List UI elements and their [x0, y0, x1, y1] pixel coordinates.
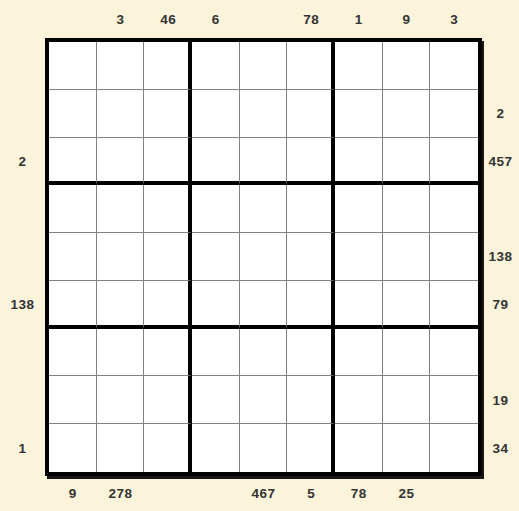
cell-r6c4[interactable]: [192, 281, 240, 329]
cell-r3c4[interactable]: [192, 138, 240, 186]
cell-r4c1[interactable]: [49, 185, 97, 233]
cell-r1c6[interactable]: [287, 42, 335, 90]
cell-r4c8[interactable]: [383, 185, 431, 233]
cell-r8c3[interactable]: [144, 376, 192, 424]
top-clue-7: 1: [335, 12, 383, 27]
cell-r1c3[interactable]: [144, 42, 192, 90]
cell-r5c2[interactable]: [97, 233, 145, 281]
cell-r6c6[interactable]: [287, 281, 335, 329]
cell-r4c5[interactable]: [240, 185, 288, 233]
cell-r6c8[interactable]: [383, 281, 431, 329]
bottom-clue-7: 78: [335, 486, 383, 501]
cell-r7c3[interactable]: [144, 329, 192, 377]
outside-sudoku-puzzle: 346678193 21381 2457138791934 9278467578…: [0, 0, 519, 511]
left-clue-9: 1: [0, 441, 45, 456]
bottom-clue-6: 5: [287, 486, 335, 501]
cell-r2c2[interactable]: [97, 90, 145, 138]
cell-r5c3[interactable]: [144, 233, 192, 281]
cell-r8c8[interactable]: [383, 376, 431, 424]
cell-r3c3[interactable]: [144, 138, 192, 186]
cell-r2c1[interactable]: [49, 90, 97, 138]
right-clue-3: 457: [482, 154, 519, 169]
cell-r7c2[interactable]: [97, 329, 145, 377]
cell-r9c4[interactable]: [192, 424, 240, 472]
cell-r1c7[interactable]: [335, 42, 383, 90]
cell-r8c6[interactable]: [287, 376, 335, 424]
cell-r8c2[interactable]: [97, 376, 145, 424]
cell-r9c2[interactable]: [97, 424, 145, 472]
bottom-clue-2: 278: [97, 486, 145, 501]
cell-r1c9[interactable]: [430, 42, 478, 90]
top-clue-4: 6: [192, 12, 240, 27]
cell-r8c1[interactable]: [49, 376, 97, 424]
cell-r1c8[interactable]: [383, 42, 431, 90]
cell-r9c1[interactable]: [49, 424, 97, 472]
cell-r4c2[interactable]: [97, 185, 145, 233]
cell-r5c7[interactable]: [335, 233, 383, 281]
bottom-clue-8: 25: [383, 486, 431, 501]
cell-r9c5[interactable]: [240, 424, 288, 472]
cell-r7c6[interactable]: [287, 329, 335, 377]
top-clue-3: 46: [144, 12, 192, 27]
cell-r9c7[interactable]: [335, 424, 383, 472]
right-clue-6: 79: [482, 297, 519, 312]
bottom-clues: 927846757825: [45, 476, 482, 511]
cell-r6c2[interactable]: [97, 281, 145, 329]
cell-r7c7[interactable]: [335, 329, 383, 377]
cell-r4c3[interactable]: [144, 185, 192, 233]
cell-r5c8[interactable]: [383, 233, 431, 281]
cell-r7c1[interactable]: [49, 329, 97, 377]
right-clue-5: 138: [482, 249, 519, 264]
cell-r8c7[interactable]: [335, 376, 383, 424]
bottom-clue-5: 467: [240, 486, 288, 501]
top-clue-8: 9: [383, 12, 431, 27]
right-clues: 2457138791934: [482, 38, 519, 476]
cell-r5c4[interactable]: [192, 233, 240, 281]
cell-r7c8[interactable]: [383, 329, 431, 377]
bottom-clue-1: 9: [49, 486, 97, 501]
cell-r2c9[interactable]: [430, 90, 478, 138]
cell-r9c9[interactable]: [430, 424, 478, 472]
cell-r8c4[interactable]: [192, 376, 240, 424]
top-clue-6: 78: [287, 12, 335, 27]
cell-r3c1[interactable]: [49, 138, 97, 186]
cell-r5c5[interactable]: [240, 233, 288, 281]
top-clue-2: 3: [97, 12, 145, 27]
cell-r1c1[interactable]: [49, 42, 97, 90]
left-clue-6: 138: [0, 297, 45, 312]
cell-r2c5[interactable]: [240, 90, 288, 138]
cell-r9c8[interactable]: [383, 424, 431, 472]
cell-r3c7[interactable]: [335, 138, 383, 186]
cell-r6c7[interactable]: [335, 281, 383, 329]
cell-r2c8[interactable]: [383, 90, 431, 138]
cell-r5c1[interactable]: [49, 233, 97, 281]
cell-r2c7[interactable]: [335, 90, 383, 138]
top-clues: 346678193: [45, 0, 482, 38]
cell-r6c5[interactable]: [240, 281, 288, 329]
cell-r1c4[interactable]: [192, 42, 240, 90]
cell-r4c7[interactable]: [335, 185, 383, 233]
cell-r6c9[interactable]: [430, 281, 478, 329]
cell-r9c6[interactable]: [287, 424, 335, 472]
cell-r3c5[interactable]: [240, 138, 288, 186]
right-clue-9: 34: [482, 441, 519, 456]
cell-r3c6[interactable]: [287, 138, 335, 186]
cell-r3c2[interactable]: [97, 138, 145, 186]
left-clues: 21381: [0, 38, 45, 476]
cell-r7c4[interactable]: [192, 329, 240, 377]
left-clue-3: 2: [0, 154, 45, 169]
cell-r1c5[interactable]: [240, 42, 288, 90]
cell-r5c6[interactable]: [287, 233, 335, 281]
top-clue-9: 3: [430, 12, 478, 27]
cell-r8c9[interactable]: [430, 376, 478, 424]
cell-r7c5[interactable]: [240, 329, 288, 377]
cell-r4c9[interactable]: [430, 185, 478, 233]
right-clue-8: 19: [482, 393, 519, 408]
cell-r4c6[interactable]: [287, 185, 335, 233]
cell-r2c4[interactable]: [192, 90, 240, 138]
sudoku-board: [45, 38, 482, 476]
right-clue-2: 2: [482, 106, 519, 121]
cell-r9c3[interactable]: [144, 424, 192, 472]
cell-r6c1[interactable]: [49, 281, 97, 329]
cell-r5c9[interactable]: [430, 233, 478, 281]
cell-r7c9[interactable]: [430, 329, 478, 377]
cell-r8c5[interactable]: [240, 376, 288, 424]
cell-r4c4[interactable]: [192, 185, 240, 233]
cell-r6c3[interactable]: [144, 281, 192, 329]
cell-r2c3[interactable]: [144, 90, 192, 138]
cell-r3c9[interactable]: [430, 138, 478, 186]
cell-r2c6[interactable]: [287, 90, 335, 138]
cell-r1c2[interactable]: [97, 42, 145, 90]
cell-r3c8[interactable]: [383, 138, 431, 186]
